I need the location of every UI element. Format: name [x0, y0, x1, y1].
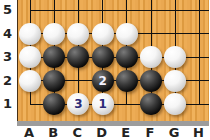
- black-stone-B2[interactable]: [43, 70, 65, 92]
- white-stone-E4[interactable]: [116, 23, 138, 45]
- go-diagram: 231 ABCDEFGH54321: [0, 0, 209, 140]
- column-label-H: H: [188, 126, 208, 140]
- column-label-B: B: [43, 126, 63, 140]
- white-stone-F3[interactable]: [140, 46, 162, 68]
- go-board[interactable]: 231: [17, 0, 209, 121]
- row-label-1: 1: [0, 97, 15, 111]
- grid-line-vertical: [199, 0, 200, 105]
- white-stone-A4[interactable]: [19, 23, 41, 45]
- black-stone-C3[interactable]: [67, 46, 89, 68]
- column-label-C: C: [67, 126, 87, 140]
- row-label-4: 4: [0, 27, 15, 41]
- grid-line-horizontal: [30, 10, 210, 11]
- column-label-D: D: [92, 126, 112, 140]
- column-label-A: A: [19, 126, 39, 140]
- white-stone-A3[interactable]: [19, 46, 41, 68]
- black-stone-E3[interactable]: [116, 46, 138, 68]
- black-stone-F2[interactable]: [140, 70, 162, 92]
- white-stone-D4[interactable]: [92, 23, 114, 45]
- black-stone-B3[interactable]: [43, 46, 65, 68]
- white-stone-C1[interactable]: 3: [67, 93, 89, 115]
- row-label-5: 5: [0, 3, 15, 17]
- black-stone-D2[interactable]: 2: [92, 70, 114, 92]
- move-number: 1: [98, 98, 106, 110]
- white-stone-D1[interactable]: 1: [92, 93, 114, 115]
- black-stone-F1[interactable]: [140, 93, 162, 115]
- black-stone-B1[interactable]: [43, 93, 65, 115]
- white-stone-G2[interactable]: [164, 70, 186, 92]
- row-label-3: 3: [0, 50, 15, 64]
- white-stone-B4[interactable]: [43, 23, 65, 45]
- column-label-G: G: [164, 126, 184, 140]
- column-label-E: E: [116, 126, 136, 140]
- black-stone-E2[interactable]: [116, 70, 138, 92]
- black-stone-D3[interactable]: [92, 46, 114, 68]
- white-stone-C4[interactable]: [67, 23, 89, 45]
- column-label-F: F: [140, 126, 160, 140]
- white-stone-A2[interactable]: [19, 70, 41, 92]
- white-stone-G1[interactable]: [164, 93, 186, 115]
- move-number: 2: [98, 74, 106, 86]
- row-label-2: 2: [0, 74, 15, 88]
- move-number: 3: [74, 98, 82, 110]
- white-stone-G3[interactable]: [164, 46, 186, 68]
